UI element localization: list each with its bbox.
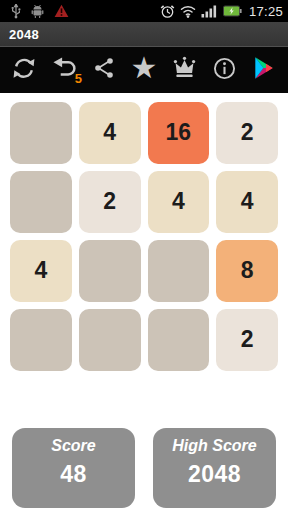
android-icon	[31, 4, 44, 18]
tile-8: 8	[216, 240, 278, 302]
signal-icon	[201, 4, 218, 18]
tile-4: 4	[148, 171, 210, 233]
info-button[interactable]	[207, 53, 241, 87]
share-icon	[92, 55, 116, 85]
status-bar: 17:25	[0, 0, 288, 22]
score-label: Score	[51, 437, 95, 455]
title-bar: 2048	[0, 22, 288, 47]
rate-button[interactable]: ★	[127, 53, 161, 87]
restart-icon	[11, 55, 37, 85]
info-icon	[212, 56, 237, 85]
crown-icon	[171, 55, 198, 85]
share-button[interactable]	[87, 53, 121, 87]
empty-cell	[148, 309, 210, 371]
status-left-icons	[11, 4, 69, 19]
tile-16: 16	[148, 102, 210, 164]
empty-cell	[79, 309, 141, 371]
tile-2: 2	[79, 171, 141, 233]
tile-4: 4	[216, 171, 278, 233]
play-store-icon	[251, 55, 277, 85]
empty-cell	[148, 240, 210, 302]
high-score-value: 2048	[188, 461, 241, 488]
tile-4: 4	[79, 102, 141, 164]
undo-icon	[51, 55, 78, 85]
empty-cell	[10, 309, 72, 371]
status-right-icons: 17:25	[160, 4, 283, 19]
empty-cell	[10, 171, 72, 233]
undo-count-badge: 5	[75, 71, 82, 86]
usb-icon	[11, 4, 21, 19]
battery-icon	[223, 5, 242, 17]
score-value: 48	[60, 461, 87, 488]
star-icon: ★	[131, 53, 158, 83]
action-toolbar: 5 ★	[0, 47, 288, 93]
clock-time: 17:25	[249, 4, 283, 19]
high-score-label: High Score	[172, 437, 256, 455]
tile-2: 2	[216, 102, 278, 164]
warning-icon	[54, 4, 69, 18]
tile-4: 4	[10, 240, 72, 302]
undo-button[interactable]: 5	[47, 53, 81, 87]
board[interactable]: 4162244482	[0, 93, 288, 380]
high-score-panel: High Score 2048	[153, 428, 276, 508]
restart-button[interactable]	[7, 53, 41, 87]
wifi-icon	[180, 5, 196, 18]
alarm-icon	[160, 4, 175, 19]
empty-cell	[79, 240, 141, 302]
score-panel: Score 48	[12, 428, 135, 508]
empty-cell	[10, 102, 72, 164]
app-title: 2048	[9, 27, 39, 42]
leaderboard-button[interactable]	[167, 53, 201, 87]
tile-2: 2	[216, 309, 278, 371]
play-store-button[interactable]	[247, 53, 281, 87]
score-row: Score 48 High Score 2048	[0, 428, 288, 508]
phone-screen: 17:25 2048	[0, 0, 288, 512]
